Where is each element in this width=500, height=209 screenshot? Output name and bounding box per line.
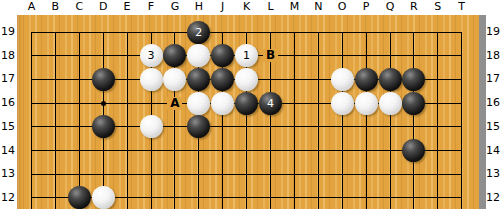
- row-label-right-14: 14: [486, 144, 500, 158]
- row-label-right-17: 17: [486, 72, 500, 86]
- board-shadow: [479, 15, 486, 209]
- col-label-M: M: [284, 0, 304, 14]
- col-label-H: H: [189, 0, 209, 14]
- col-label-Q: Q: [380, 0, 400, 14]
- row-label-left-18: 18: [0, 49, 15, 63]
- stone-black-K16[interactable]: [235, 92, 258, 115]
- stone-move-number-3: 3: [148, 50, 155, 61]
- col-label-O: O: [332, 0, 352, 14]
- col-label-N: N: [308, 0, 328, 14]
- row-label-left-19: 19: [0, 25, 15, 39]
- stone-black-H19[interactable]: 2: [187, 21, 210, 44]
- row-label-right-13: 13: [486, 167, 500, 181]
- row-label-right-12: 12: [486, 191, 500, 205]
- stone-white-D12[interactable]: [92, 186, 115, 209]
- grid-vline-T: [461, 32, 462, 209]
- col-label-A: A: [22, 0, 42, 14]
- col-label-C: C: [69, 0, 89, 14]
- stone-black-R16[interactable]: [402, 92, 425, 115]
- grid-vline-S: [437, 32, 438, 209]
- row-label-left-13: 13: [0, 167, 15, 181]
- col-label-B: B: [45, 0, 65, 14]
- col-label-R: R: [404, 0, 424, 14]
- row-label-right-18: 18: [486, 49, 500, 63]
- row-label-right-15: 15: [486, 120, 500, 134]
- col-label-F: F: [141, 0, 161, 14]
- row-label-right-16: 16: [486, 96, 500, 110]
- grid-vline-R: [413, 32, 414, 209]
- grid-vline-P: [366, 32, 367, 209]
- grid-vline-A: [31, 32, 32, 209]
- stone-move-number-2: 2: [195, 27, 202, 38]
- stone-white-Q16[interactable]: [379, 92, 402, 115]
- stone-white-O16[interactable]: [331, 92, 354, 115]
- stone-move-number-4: 4: [267, 98, 274, 109]
- grid-vline-B: [55, 32, 56, 209]
- stone-black-Q17[interactable]: [379, 68, 402, 91]
- board-mark-A[interactable]: A: [167, 97, 182, 110]
- grid-vline-N: [318, 32, 319, 209]
- col-label-J: J: [213, 0, 233, 14]
- row-label-left-15: 15: [0, 120, 15, 134]
- star-point-D16: [101, 101, 106, 106]
- stone-move-number-1: 1: [243, 50, 250, 61]
- col-label-L: L: [261, 0, 281, 14]
- stone-white-F15[interactable]: [140, 115, 163, 138]
- grid-vline-Q: [390, 32, 391, 209]
- stone-white-F18[interactable]: 3: [140, 44, 163, 67]
- grid-vline-M: [294, 32, 295, 209]
- grid-vline-C: [79, 32, 80, 209]
- stone-white-P16[interactable]: [355, 92, 378, 115]
- stone-black-L16[interactable]: 4: [259, 92, 282, 115]
- grid-vline-E: [127, 32, 128, 209]
- row-label-right-19: 19: [486, 25, 500, 39]
- grid-hline-14: [31, 150, 462, 151]
- stone-black-D17[interactable]: [92, 68, 115, 91]
- row-label-left-17: 17: [0, 72, 15, 86]
- stone-white-H16[interactable]: [187, 92, 210, 115]
- stone-black-P17[interactable]: [355, 68, 378, 91]
- grid-hline-19: [31, 32, 462, 33]
- col-label-S: S: [428, 0, 448, 14]
- go-diagram-screen: ABCDEFGHJKLMNOPQRST191817161514131219181…: [0, 0, 500, 209]
- stone-white-K17[interactable]: [235, 68, 258, 91]
- grid-hline-13: [31, 174, 462, 175]
- col-label-K: K: [237, 0, 257, 14]
- row-label-left-14: 14: [0, 144, 15, 158]
- col-label-D: D: [93, 0, 113, 14]
- col-label-G: G: [165, 0, 185, 14]
- stone-white-F17[interactable]: [140, 68, 163, 91]
- board-mark-B[interactable]: B: [263, 49, 278, 62]
- stone-black-C12[interactable]: [68, 186, 91, 209]
- stone-black-D15[interactable]: [92, 115, 115, 138]
- row-label-left-16: 16: [0, 96, 15, 110]
- stone-black-J17[interactable]: [211, 68, 234, 91]
- row-label-left-12: 12: [0, 191, 15, 205]
- col-label-T: T: [452, 0, 472, 14]
- grid-vline-O: [342, 32, 343, 209]
- col-label-E: E: [117, 0, 137, 14]
- stone-white-O17[interactable]: [331, 68, 354, 91]
- stone-white-J16[interactable]: [211, 92, 234, 115]
- col-label-P: P: [356, 0, 376, 14]
